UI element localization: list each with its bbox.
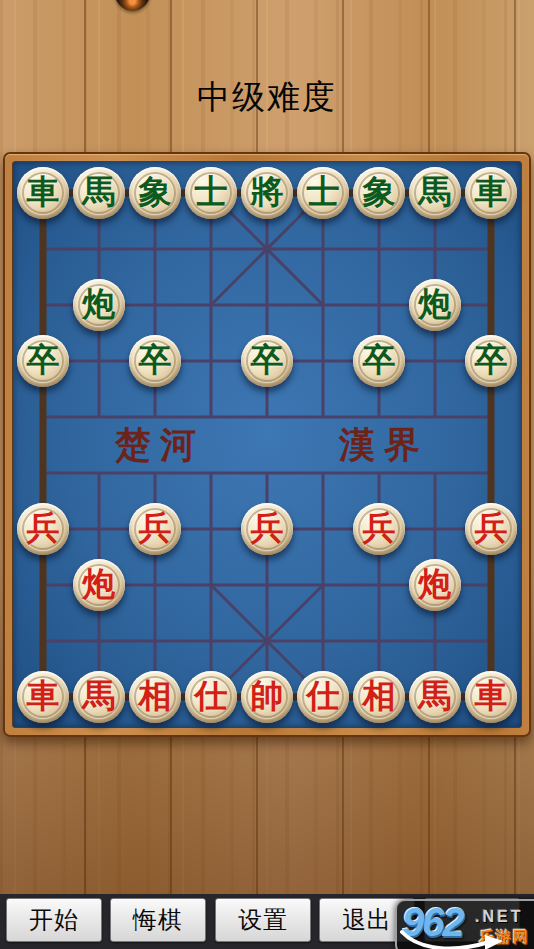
- piece-green-r2c7[interactable]: 炮: [409, 279, 461, 331]
- piece-glyph: 卒: [475, 344, 508, 377]
- piece-glyph: 兵: [27, 512, 60, 545]
- watermark-swoosh-icon: [399, 929, 511, 949]
- piece-red-r9c5[interactable]: 仕: [297, 671, 349, 723]
- piece-red-r9c4[interactable]: 帥: [241, 671, 293, 723]
- piece-glyph: 兵: [363, 512, 396, 545]
- watermark-net: .NET: [475, 908, 523, 926]
- piece-glyph: 象: [363, 176, 396, 209]
- piece-green-r0c4[interactable]: 將: [241, 167, 293, 219]
- piece-green-r0c8[interactable]: 車: [465, 167, 517, 219]
- piece-glyph: 卒: [27, 344, 60, 377]
- settings-button[interactable]: 设置: [215, 898, 311, 942]
- piece-glyph: 帥: [251, 680, 284, 713]
- piece-red-r6c6[interactable]: 兵: [353, 503, 405, 555]
- piece-glyph: 炮: [419, 568, 452, 601]
- river-label-right: 漢界: [339, 421, 429, 470]
- app-screen: 中级难度 楚河 漢界 車馬象士將士象馬車炮炮卒卒卒卒卒兵兵兵兵兵炮炮車馬相仕帥仕…: [0, 0, 534, 949]
- piece-red-r7c7[interactable]: 炮: [409, 559, 461, 611]
- piece-red-r9c6[interactable]: 相: [353, 671, 405, 723]
- xiangqi-board[interactable]: [3, 152, 531, 737]
- piece-green-r3c0[interactable]: 卒: [17, 335, 69, 387]
- piece-red-r9c0[interactable]: 車: [17, 671, 69, 723]
- piece-red-r6c2[interactable]: 兵: [129, 503, 181, 555]
- piece-green-r0c1[interactable]: 馬: [73, 167, 125, 219]
- piece-glyph: 士: [307, 176, 340, 209]
- piece-glyph: 士: [195, 176, 228, 209]
- piece-glyph: 炮: [83, 288, 116, 321]
- piece-glyph: 炮: [419, 288, 452, 321]
- piece-green-r0c5[interactable]: 士: [297, 167, 349, 219]
- piece-red-r9c7[interactable]: 馬: [409, 671, 461, 723]
- piece-red-r6c8[interactable]: 兵: [465, 503, 517, 555]
- piece-glyph: 卒: [363, 344, 396, 377]
- piece-green-r3c8[interactable]: 卒: [465, 335, 517, 387]
- piece-glyph: 馬: [419, 680, 452, 713]
- undo-button[interactable]: 悔棋: [110, 898, 206, 942]
- piece-glyph: 仕: [195, 680, 228, 713]
- piece-glyph: 車: [27, 176, 60, 209]
- piece-red-r7c1[interactable]: 炮: [73, 559, 125, 611]
- piece-green-r2c1[interactable]: 炮: [73, 279, 125, 331]
- piece-glyph: 兵: [139, 512, 172, 545]
- piece-green-r0c6[interactable]: 象: [353, 167, 405, 219]
- piece-green-r0c7[interactable]: 馬: [409, 167, 461, 219]
- piece-glyph: 馬: [419, 176, 452, 209]
- piece-glyph: 卒: [251, 344, 284, 377]
- piece-glyph: 相: [363, 680, 396, 713]
- piece-green-r3c2[interactable]: 卒: [129, 335, 181, 387]
- piece-green-r0c3[interactable]: 士: [185, 167, 237, 219]
- piece-glyph: 將: [251, 176, 284, 209]
- piece-red-r9c3[interactable]: 仕: [185, 671, 237, 723]
- river-label-left: 楚河: [115, 421, 205, 470]
- piece-green-r0c0[interactable]: 車: [17, 167, 69, 219]
- piece-glyph: 馬: [83, 176, 116, 209]
- piece-glyph: 兵: [251, 512, 284, 545]
- piece-red-r9c8[interactable]: 車: [465, 671, 517, 723]
- piece-red-r6c0[interactable]: 兵: [17, 503, 69, 555]
- start-button[interactable]: 开始: [6, 898, 102, 942]
- difficulty-title: 中级难度: [0, 79, 534, 115]
- piece-glyph: 車: [475, 680, 508, 713]
- piece-glyph: 馬: [83, 680, 116, 713]
- piece-glyph: 象: [139, 176, 172, 209]
- piece-glyph: 車: [475, 176, 508, 209]
- watermark-badge: 962 .NET 乐游网: [395, 899, 534, 949]
- board-surface: [12, 161, 522, 728]
- piece-glyph: 兵: [475, 512, 508, 545]
- piece-glyph: 卒: [139, 344, 172, 377]
- piece-glyph: 相: [139, 680, 172, 713]
- piece-green-r3c6[interactable]: 卒: [353, 335, 405, 387]
- piece-glyph: 車: [27, 680, 60, 713]
- piece-glyph: 仕: [307, 680, 340, 713]
- piece-red-r9c2[interactable]: 相: [129, 671, 181, 723]
- piece-red-r6c4[interactable]: 兵: [241, 503, 293, 555]
- piece-glyph: 炮: [83, 568, 116, 601]
- nail-decoration-icon: [115, 0, 150, 11]
- piece-green-r3c4[interactable]: 卒: [241, 335, 293, 387]
- piece-green-r0c2[interactable]: 象: [129, 167, 181, 219]
- piece-red-r9c1[interactable]: 馬: [73, 671, 125, 723]
